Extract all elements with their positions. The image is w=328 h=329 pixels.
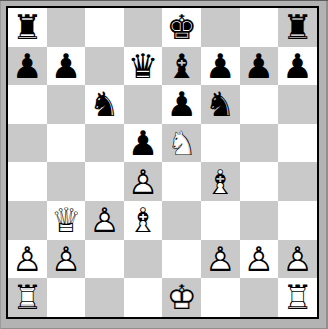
square-c8[interactable] [85,8,124,47]
square-c2[interactable] [85,240,124,279]
square-d8[interactable] [124,8,163,47]
square-b6[interactable] [47,85,86,124]
square-d7[interactable]: ♛ [124,47,163,86]
piece-black-pawn: ♟ [8,47,47,86]
piece-white-king: ♚♔ [162,278,201,317]
piece-black-pawn: ♟ [162,85,201,124]
square-f5[interactable] [201,124,240,163]
white-pawn-icon: ♙ [240,240,279,279]
square-f8[interactable] [201,8,240,47]
piece-white-pawn: ♟♙ [278,240,317,279]
square-d2[interactable] [124,240,163,279]
white-pawn-icon: ♙ [8,240,47,279]
piece-black-bishop: ♝ [162,47,201,86]
square-e5[interactable]: ♞♘ [162,124,201,163]
black-pawn-icon: ♟ [162,85,201,124]
black-pawn-icon: ♟ [8,47,47,86]
piece-white-pawn: ♟♙ [240,240,279,279]
piece-black-pawn: ♟ [47,47,86,86]
square-a8[interactable]: ♜ [8,8,47,47]
square-f2[interactable]: ♟♙ [201,240,240,279]
square-c4[interactable] [85,162,124,201]
square-f4[interactable]: ♝♗ [201,162,240,201]
chess-diagram-screenshot: ♜♚♜♟♟♛♝♟♟♟♞♟♞♟♞♘♟♙♝♗♛♕♟♙♝♗♟♙♟♙♟♙♟♙♟♙♜♖♚♔… [0,0,328,329]
piece-black-pawn: ♟ [201,47,240,86]
piece-black-pawn: ♟ [240,47,279,86]
piece-white-knight: ♞♘ [162,124,201,163]
square-d3[interactable]: ♝♗ [124,201,163,240]
square-g6[interactable] [240,85,279,124]
white-pawn-icon: ♙ [124,162,163,201]
square-a3[interactable] [8,201,47,240]
square-c6[interactable]: ♞ [85,85,124,124]
piece-white-rook: ♜♖ [8,278,47,317]
black-pawn-icon: ♟ [201,47,240,86]
square-h3[interactable] [278,201,317,240]
square-b5[interactable] [47,124,86,163]
black-pawn-icon: ♟ [240,47,279,86]
black-knight-icon: ♞ [201,85,240,124]
square-h2[interactable]: ♟♙ [278,240,317,279]
square-f7[interactable]: ♟ [201,47,240,86]
piece-white-bishop: ♝♗ [124,201,163,240]
piece-white-rook: ♜♖ [278,278,317,317]
square-h5[interactable] [278,124,317,163]
piece-black-king: ♚ [162,8,201,47]
square-a6[interactable] [8,85,47,124]
square-a1[interactable]: ♜♖ [8,278,47,317]
square-h7[interactable]: ♟ [278,47,317,86]
square-d1[interactable] [124,278,163,317]
piece-white-queen: ♛♕ [47,201,86,240]
white-bishop-icon: ♗ [124,201,163,240]
square-d4[interactable]: ♟♙ [124,162,163,201]
black-bishop-icon: ♝ [162,47,201,86]
piece-white-pawn: ♟♙ [47,240,86,279]
square-d5[interactable]: ♟ [124,124,163,163]
black-rook-icon: ♜ [8,8,47,47]
square-e8[interactable]: ♚ [162,8,201,47]
white-pawn-icon: ♙ [201,240,240,279]
black-pawn-icon: ♟ [124,124,163,163]
white-rook-icon: ♖ [278,278,317,317]
board-frame: ♜♚♜♟♟♛♝♟♟♟♞♟♞♟♞♘♟♙♝♗♛♕♟♙♝♗♟♙♟♙♟♙♟♙♟♙♜♖♚♔… [6,6,319,319]
black-queen-icon: ♛ [124,47,163,86]
square-h6[interactable] [278,85,317,124]
square-b2[interactable]: ♟♙ [47,240,86,279]
square-d6[interactable] [124,85,163,124]
piece-black-queen: ♛ [124,47,163,86]
chess-board: ♜♚♜♟♟♛♝♟♟♟♞♟♞♟♞♘♟♙♝♗♛♕♟♙♝♗♟♙♟♙♟♙♟♙♟♙♜♖♚♔… [8,8,317,317]
black-king-icon: ♚ [162,8,201,47]
square-b4[interactable] [47,162,86,201]
black-knight-icon: ♞ [85,85,124,124]
square-b3[interactable]: ♛♕ [47,201,86,240]
square-c3[interactable]: ♟♙ [85,201,124,240]
piece-black-knight: ♞ [201,85,240,124]
white-pawn-icon: ♙ [278,240,317,279]
square-f6[interactable]: ♞ [201,85,240,124]
piece-black-knight: ♞ [85,85,124,124]
square-a4[interactable] [8,162,47,201]
white-rook-icon: ♖ [8,278,47,317]
piece-black-pawn: ♟ [124,124,163,163]
white-pawn-icon: ♙ [85,201,124,240]
square-c5[interactable] [85,124,124,163]
square-g5[interactable] [240,124,279,163]
piece-white-pawn: ♟♙ [8,240,47,279]
piece-black-rook: ♜ [278,8,317,47]
piece-white-bishop: ♝♗ [201,162,240,201]
white-knight-icon: ♘ [162,124,201,163]
square-g1[interactable] [240,278,279,317]
piece-black-rook: ♜ [8,8,47,47]
square-g2[interactable]: ♟♙ [240,240,279,279]
square-a2[interactable]: ♟♙ [8,240,47,279]
white-queen-icon: ♕ [47,201,86,240]
square-g4[interactable] [240,162,279,201]
square-h4[interactable] [278,162,317,201]
square-e3[interactable] [162,201,201,240]
white-bishop-icon: ♗ [201,162,240,201]
piece-white-pawn: ♟♙ [124,162,163,201]
square-e7[interactable]: ♝ [162,47,201,86]
square-e6[interactable]: ♟ [162,85,201,124]
piece-white-pawn: ♟♙ [201,240,240,279]
square-b1[interactable] [47,278,86,317]
square-c1[interactable] [85,278,124,317]
white-pawn-icon: ♙ [47,240,86,279]
piece-black-pawn: ♟ [278,47,317,86]
black-pawn-icon: ♟ [47,47,86,86]
square-g7[interactable]: ♟ [240,47,279,86]
square-h1[interactable]: ♜♖ [278,278,317,317]
square-a7[interactable]: ♟ [8,47,47,86]
square-f1[interactable] [201,278,240,317]
square-f3[interactable] [201,201,240,240]
square-g8[interactable] [240,8,279,47]
piece-white-pawn: ♟♙ [85,201,124,240]
square-g3[interactable] [240,201,279,240]
square-a5[interactable] [8,124,47,163]
square-b8[interactable] [47,8,86,47]
square-e1[interactable]: ♚♔ [162,278,201,317]
square-h8[interactable]: ♜ [278,8,317,47]
black-rook-icon: ♜ [278,8,317,47]
square-c7[interactable] [85,47,124,86]
square-b7[interactable]: ♟ [47,47,86,86]
square-e4[interactable] [162,162,201,201]
square-e2[interactable] [162,240,201,279]
white-king-icon: ♔ [162,278,201,317]
black-pawn-icon: ♟ [278,47,317,86]
